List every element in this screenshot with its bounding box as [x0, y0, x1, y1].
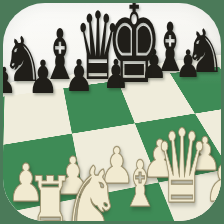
black-pawn-b: ♟ — [28, 54, 59, 100]
black-pawn-edge-left: ♟ — [3, 63, 16, 99]
chess-app-icon[interactable]: ♞♝♟♟♝♞♛♟♟♟♚♟♟♟♟♟♟♟♝♛♜♞ — [0, 0, 224, 224]
black-pawn-c: ♟ — [64, 54, 94, 98]
black-pawn-f: ♟ — [175, 45, 201, 83]
white-bishop: ♝ — [121, 152, 158, 216]
pieces-layer: ♞♝♟♟♝♞♛♟♟♟♚♟♟♟♟♟♟♟♝♛♜♞ — [3, 3, 221, 221]
white-knight-center: ♞ — [61, 155, 122, 221]
white-queen: ♛ — [155, 116, 210, 218]
black-king: ♚ — [106, 3, 161, 99]
chess-set-photo: ♞♝♟♟♝♞♛♟♟♟♚♟♟♟♟♟♟♟♝♛♜♞ — [3, 3, 221, 221]
